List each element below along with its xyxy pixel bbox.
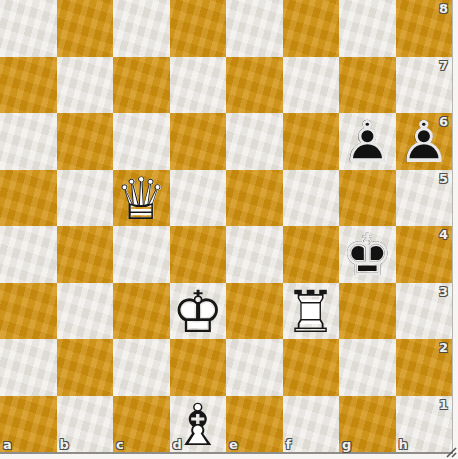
square-d5[interactable] xyxy=(170,170,227,227)
square-c6[interactable] xyxy=(113,113,170,170)
square-b3[interactable] xyxy=(57,283,114,340)
square-d8[interactable] xyxy=(170,0,227,57)
square-e2[interactable] xyxy=(226,339,283,396)
queen-glyph-outline: ♕ xyxy=(113,170,170,227)
file-label-f: f xyxy=(286,437,292,452)
square-h2[interactable]: 2 xyxy=(396,339,453,396)
square-c5[interactable]: ♛♕ xyxy=(113,170,170,227)
square-b8[interactable] xyxy=(57,0,114,57)
square-g2[interactable] xyxy=(339,339,396,396)
square-c7[interactable] xyxy=(113,57,170,114)
square-d2[interactable] xyxy=(170,339,227,396)
square-b2[interactable] xyxy=(57,339,114,396)
square-f4[interactable] xyxy=(283,226,340,283)
square-g6[interactable]: ♟♙ xyxy=(339,113,396,170)
square-g4[interactable]: ♚♔ xyxy=(339,226,396,283)
square-d3[interactable]: ♚♔ xyxy=(170,283,227,340)
black-king[interactable]: ♚♔ xyxy=(339,226,396,283)
rank-label-6: 6 xyxy=(439,114,448,129)
square-e7[interactable] xyxy=(226,57,283,114)
square-a3[interactable] xyxy=(0,283,57,340)
square-a4[interactable] xyxy=(0,226,57,283)
file-label-c: c xyxy=(116,437,124,452)
square-g7[interactable] xyxy=(339,57,396,114)
square-b6[interactable] xyxy=(57,113,114,170)
square-h6[interactable]: ♟♙6 xyxy=(396,113,453,170)
rank-label-8: 8 xyxy=(439,1,448,16)
square-g3[interactable] xyxy=(339,283,396,340)
chess-board-page: 87♟♙♟♙6♛♕5♚♔4♚♔♜♖32abc♝♗defgh1 xyxy=(0,0,458,459)
file-label-h: h xyxy=(399,437,408,452)
white-rook[interactable]: ♜♖ xyxy=(283,283,340,340)
file-label-e: e xyxy=(229,437,238,452)
square-f1[interactable]: f xyxy=(283,396,340,453)
square-f8[interactable] xyxy=(283,0,340,57)
rank-label-7: 7 xyxy=(439,58,448,73)
square-e8[interactable] xyxy=(226,0,283,57)
square-d6[interactable] xyxy=(170,113,227,170)
square-f2[interactable] xyxy=(283,339,340,396)
square-d1[interactable]: ♝♗d xyxy=(170,396,227,453)
file-label-g: g xyxy=(342,437,351,452)
file-label-a: a xyxy=(3,437,12,452)
white-king[interactable]: ♚♔ xyxy=(170,283,227,340)
square-h7[interactable]: 7 xyxy=(396,57,453,114)
square-f3[interactable]: ♜♖ xyxy=(283,283,340,340)
square-h4[interactable]: 4 xyxy=(396,226,453,283)
square-f6[interactable] xyxy=(283,113,340,170)
square-h5[interactable]: 5 xyxy=(396,170,453,227)
square-h3[interactable]: 3 xyxy=(396,283,453,340)
square-d4[interactable] xyxy=(170,226,227,283)
square-b5[interactable] xyxy=(57,170,114,227)
square-b4[interactable] xyxy=(57,226,114,283)
square-g8[interactable] xyxy=(339,0,396,57)
square-b7[interactable] xyxy=(57,57,114,114)
square-c2[interactable] xyxy=(113,339,170,396)
square-c4[interactable] xyxy=(113,226,170,283)
white-queen[interactable]: ♛♕ xyxy=(113,170,170,227)
square-a5[interactable] xyxy=(0,170,57,227)
rank-label-2: 2 xyxy=(439,340,448,355)
square-h1[interactable]: h1 xyxy=(396,396,453,453)
square-c8[interactable] xyxy=(113,0,170,57)
square-c3[interactable] xyxy=(113,283,170,340)
rank-label-1: 1 xyxy=(439,397,448,412)
square-a1[interactable]: a xyxy=(0,396,57,453)
square-a6[interactable] xyxy=(0,113,57,170)
square-b1[interactable]: b xyxy=(57,396,114,453)
rook-glyph-outline: ♖ xyxy=(283,283,340,340)
square-e4[interactable] xyxy=(226,226,283,283)
square-g1[interactable]: g xyxy=(339,396,396,453)
file-label-b: b xyxy=(60,437,69,452)
square-e3[interactable] xyxy=(226,283,283,340)
square-a2[interactable] xyxy=(0,339,57,396)
square-d7[interactable] xyxy=(170,57,227,114)
square-e6[interactable] xyxy=(226,113,283,170)
square-c1[interactable]: c xyxy=(113,396,170,453)
chess-board: 87♟♙♟♙6♛♕5♚♔4♚♔♜♖32abc♝♗defgh1 xyxy=(0,0,453,454)
rank-label-5: 5 xyxy=(439,171,448,186)
file-label-d: d xyxy=(173,437,182,452)
square-g5[interactable] xyxy=(339,170,396,227)
resize-handle-icon[interactable] xyxy=(444,445,457,458)
square-h8[interactable]: 8 xyxy=(396,0,453,57)
square-f7[interactable] xyxy=(283,57,340,114)
king-glyph-outline: ♔ xyxy=(339,226,396,283)
rank-label-3: 3 xyxy=(439,284,448,299)
black-pawn[interactable]: ♟♙ xyxy=(339,113,396,170)
square-f5[interactable] xyxy=(283,170,340,227)
square-a7[interactable] xyxy=(0,57,57,114)
square-e1[interactable]: e xyxy=(226,396,283,453)
pawn-glyph-outline: ♙ xyxy=(339,113,396,170)
king-glyph-outline: ♔ xyxy=(170,283,227,340)
square-a8[interactable] xyxy=(0,0,57,57)
rank-label-4: 4 xyxy=(439,227,448,242)
square-e5[interactable] xyxy=(226,170,283,227)
